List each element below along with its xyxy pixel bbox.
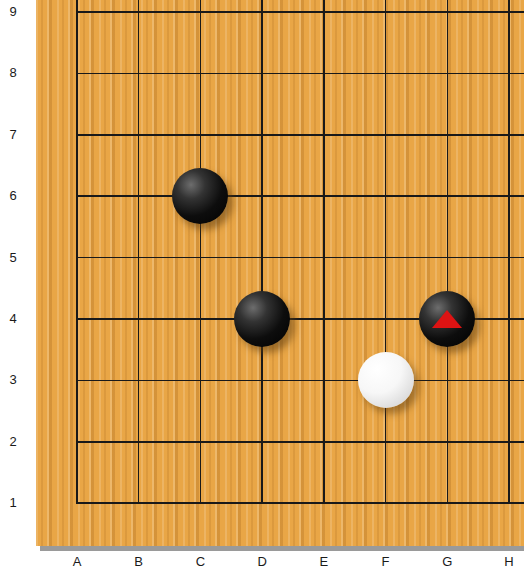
grid-hline-9 bbox=[76, 11, 524, 13]
col-label-H: H bbox=[498, 554, 520, 570]
grid-hline-5 bbox=[76, 257, 524, 259]
triangle-marker-icon bbox=[432, 310, 462, 328]
grid-vline-A bbox=[76, 0, 78, 504]
row-label-2: 2 bbox=[4, 434, 22, 450]
grid-hline-3 bbox=[76, 380, 524, 382]
go-app-window: ABCDEFGH987654321 bbox=[0, 0, 524, 574]
grid-vline-B bbox=[138, 0, 140, 504]
grid-vline-F bbox=[385, 0, 387, 504]
row-label-3: 3 bbox=[4, 372, 22, 388]
black-stone-D4[interactable] bbox=[234, 291, 290, 347]
grid-vline-E bbox=[323, 0, 325, 504]
white-stone-F3[interactable] bbox=[358, 352, 414, 408]
grid-vline-D bbox=[261, 0, 263, 504]
grid-vline-H bbox=[508, 0, 510, 504]
col-label-F: F bbox=[375, 554, 397, 570]
grid-hline-8 bbox=[76, 73, 524, 75]
row-label-4: 4 bbox=[4, 311, 22, 327]
board-shadow bbox=[40, 546, 524, 551]
col-label-A: A bbox=[66, 554, 88, 570]
grid-hline-2 bbox=[76, 441, 524, 443]
col-label-G: G bbox=[436, 554, 458, 570]
grid-hline-7 bbox=[76, 134, 524, 136]
row-label-7: 7 bbox=[4, 127, 22, 143]
grid-hline-6 bbox=[76, 195, 524, 197]
grid-vline-G bbox=[447, 0, 449, 504]
row-label-1: 1 bbox=[4, 495, 22, 511]
row-label-5: 5 bbox=[4, 250, 22, 266]
col-label-E: E bbox=[313, 554, 335, 570]
grid-hline-1 bbox=[76, 502, 524, 504]
col-label-B: B bbox=[128, 554, 150, 570]
go-board[interactable] bbox=[36, 0, 524, 546]
col-label-C: C bbox=[189, 554, 211, 570]
grid-vline-C bbox=[200, 0, 202, 504]
row-label-8: 8 bbox=[4, 65, 22, 81]
col-label-D: D bbox=[251, 554, 273, 570]
row-label-9: 9 bbox=[4, 4, 22, 20]
row-label-6: 6 bbox=[4, 188, 22, 204]
